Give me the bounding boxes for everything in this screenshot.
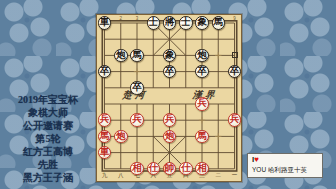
piece-black-象[interactable]: 象 bbox=[195, 16, 209, 30]
piece-red-炮[interactable]: 炮 bbox=[163, 130, 177, 144]
watermark-badge: I♥ YOU 哈利路亚十英 bbox=[247, 153, 323, 178]
caption-line-open: 公开邀请赛 bbox=[1, 119, 95, 132]
caption-line-result: 先胜 bbox=[1, 158, 95, 171]
watermark-line1: I♥ bbox=[252, 155, 318, 165]
piece-red-相[interactable]: 相 bbox=[195, 162, 209, 176]
screenshot-stage: 2019年宝宝杯 象棋大师 公开邀请赛 第5轮 红方王高博 先胜 黑方王子涵 楚… bbox=[0, 0, 336, 189]
piece-red-帥[interactable]: 帥 bbox=[163, 162, 177, 176]
piece-red-兵[interactable]: 兵 bbox=[228, 113, 242, 127]
caption-line-round: 第5轮 bbox=[1, 132, 95, 145]
pieces-grid[interactable]: 車士將士象馬炮馬象炮卒卒卒卒卒兵兵兵兵兵馬炮炮馬車相仕帥仕相 bbox=[96, 15, 242, 177]
piece-black-車[interactable]: 車 bbox=[98, 16, 112, 30]
piece-red-兵[interactable]: 兵 bbox=[195, 97, 209, 111]
xiangqi-board[interactable]: 楚河 漢界 123456789 九八七六五四三二一 車士將士象馬炮馬象炮卒卒卒卒… bbox=[96, 14, 242, 182]
caption-line-black: 黑方王子涵 bbox=[1, 171, 95, 184]
piece-black-卒[interactable]: 卒 bbox=[130, 81, 144, 95]
piece-red-兵[interactable]: 兵 bbox=[98, 113, 112, 127]
piece-red-仕[interactable]: 仕 bbox=[179, 162, 193, 176]
piece-black-象[interactable]: 象 bbox=[163, 49, 177, 63]
watermark-line2: YOU 哈利路亚十英 bbox=[252, 165, 318, 174]
piece-red-車[interactable]: 車 bbox=[98, 146, 112, 160]
piece-black-卒[interactable]: 卒 bbox=[228, 65, 242, 79]
piece-black-士[interactable]: 士 bbox=[179, 16, 193, 30]
piece-red-兵[interactable]: 兵 bbox=[130, 113, 144, 127]
piece-red-馬[interactable]: 馬 bbox=[195, 130, 209, 144]
heart-icon: ♥ bbox=[254, 155, 259, 164]
caption-line-red: 红方王高博 bbox=[1, 145, 95, 158]
piece-red-相[interactable]: 相 bbox=[130, 162, 144, 176]
piece-black-炮[interactable]: 炮 bbox=[114, 49, 128, 63]
piece-black-卒[interactable]: 卒 bbox=[163, 65, 177, 79]
piece-red-馬[interactable]: 馬 bbox=[98, 130, 112, 144]
caption-line-event: 2019年宝宝杯 bbox=[1, 93, 95, 106]
piece-black-卒[interactable]: 卒 bbox=[98, 65, 112, 79]
piece-black-卒[interactable]: 卒 bbox=[195, 65, 209, 79]
piece-red-仕[interactable]: 仕 bbox=[147, 162, 161, 176]
event-caption: 2019年宝宝杯 象棋大师 公开邀请赛 第5轮 红方王高博 先胜 黑方王子涵 bbox=[1, 93, 95, 184]
caption-line-title: 象棋大师 bbox=[1, 106, 95, 119]
piece-black-士[interactable]: 士 bbox=[147, 16, 161, 30]
piece-black-馬[interactable]: 馬 bbox=[212, 16, 226, 30]
piece-red-炮[interactable]: 炮 bbox=[114, 130, 128, 144]
piece-red-兵[interactable]: 兵 bbox=[163, 113, 177, 127]
piece-black-將[interactable]: 將 bbox=[163, 16, 177, 30]
piece-black-馬[interactable]: 馬 bbox=[130, 49, 144, 63]
piece-black-炮[interactable]: 炮 bbox=[195, 49, 209, 63]
